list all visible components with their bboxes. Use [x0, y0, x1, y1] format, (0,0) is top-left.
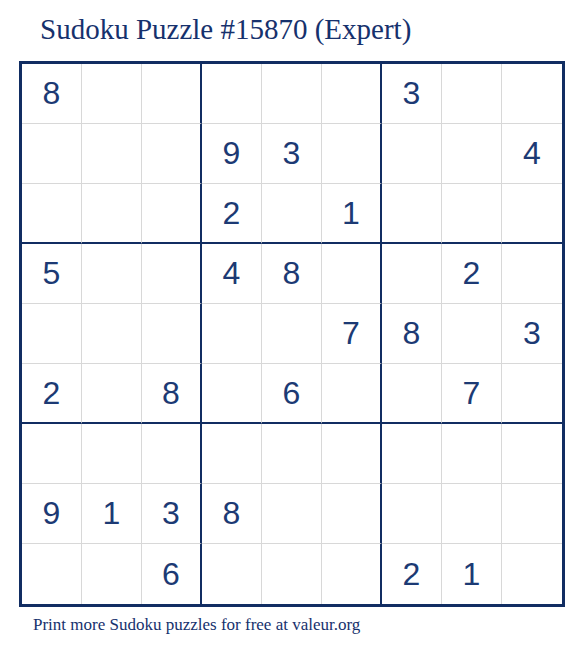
cell-r7c7	[382, 424, 442, 484]
cell-r7c6	[322, 424, 382, 484]
cell-r9c9	[502, 544, 562, 604]
cell-r5c3	[142, 304, 202, 364]
cell-r1c9	[502, 64, 562, 124]
cell-r1c4	[202, 64, 262, 124]
cell-r9c8: 1	[442, 544, 502, 604]
cell-r6c4	[202, 364, 262, 424]
cell-r6c7	[382, 364, 442, 424]
cell-r2c8	[442, 124, 502, 184]
sudoku-board: 8393421548278328679138621	[19, 61, 565, 607]
cell-r5c2	[82, 304, 142, 364]
cell-r5c6: 7	[322, 304, 382, 364]
cell-r5c9: 3	[502, 304, 562, 364]
cell-r9c5	[262, 544, 322, 604]
cell-r5c1	[22, 304, 82, 364]
cell-r9c1	[22, 544, 82, 604]
cell-r9c6	[322, 544, 382, 604]
cell-r8c2: 1	[82, 484, 142, 544]
cell-r4c7	[382, 244, 442, 304]
cell-r7c1	[22, 424, 82, 484]
cell-r8c5	[262, 484, 322, 544]
cell-r4c1: 5	[22, 244, 82, 304]
cell-r5c7: 8	[382, 304, 442, 364]
cell-r1c6	[322, 64, 382, 124]
cell-r1c5	[262, 64, 322, 124]
cell-r7c8	[442, 424, 502, 484]
cell-r8c6	[322, 484, 382, 544]
cell-r5c8	[442, 304, 502, 364]
cell-r3c6: 1	[322, 184, 382, 244]
cell-r8c4: 8	[202, 484, 262, 544]
cell-r8c7	[382, 484, 442, 544]
cell-r8c3: 3	[142, 484, 202, 544]
sudoku-page: Sudoku Puzzle #15870 (Expert) 8393421548…	[0, 0, 580, 651]
cell-r3c4: 2	[202, 184, 262, 244]
cell-r9c4	[202, 544, 262, 604]
footer-text: Print more Sudoku puzzles for free at va…	[33, 615, 360, 635]
cell-r6c3: 8	[142, 364, 202, 424]
cell-r3c5	[262, 184, 322, 244]
cell-r4c8: 2	[442, 244, 502, 304]
cell-r2c2	[82, 124, 142, 184]
cell-r1c7: 3	[382, 64, 442, 124]
cell-r4c3	[142, 244, 202, 304]
cell-r4c6	[322, 244, 382, 304]
cell-r3c7	[382, 184, 442, 244]
cell-r9c2	[82, 544, 142, 604]
cell-r2c6	[322, 124, 382, 184]
cell-r7c2	[82, 424, 142, 484]
cell-r6c9	[502, 364, 562, 424]
cell-r2c7	[382, 124, 442, 184]
cell-r6c8: 7	[442, 364, 502, 424]
cell-r3c2	[82, 184, 142, 244]
cell-r6c2	[82, 364, 142, 424]
cell-r2c9: 4	[502, 124, 562, 184]
cell-r6c5: 6	[262, 364, 322, 424]
cell-r8c8	[442, 484, 502, 544]
cell-r3c1	[22, 184, 82, 244]
cell-r1c2	[82, 64, 142, 124]
page-title: Sudoku Puzzle #15870 (Expert)	[40, 13, 411, 46]
cell-r3c9	[502, 184, 562, 244]
cell-r9c7: 2	[382, 544, 442, 604]
cell-r4c2	[82, 244, 142, 304]
cell-r2c3	[142, 124, 202, 184]
cell-r1c3	[142, 64, 202, 124]
cell-r8c9	[502, 484, 562, 544]
cell-r1c1: 8	[22, 64, 82, 124]
cell-r6c6	[322, 364, 382, 424]
cell-r1c8	[442, 64, 502, 124]
cell-r9c3: 6	[142, 544, 202, 604]
cell-r2c5: 3	[262, 124, 322, 184]
cell-r5c4	[202, 304, 262, 364]
cell-r8c1: 9	[22, 484, 82, 544]
cell-r7c4	[202, 424, 262, 484]
cell-r7c3	[142, 424, 202, 484]
cell-r7c9	[502, 424, 562, 484]
cell-r3c3	[142, 184, 202, 244]
cell-r7c5	[262, 424, 322, 484]
cell-r4c5: 8	[262, 244, 322, 304]
cell-r2c1	[22, 124, 82, 184]
cell-r3c8	[442, 184, 502, 244]
cell-r4c4: 4	[202, 244, 262, 304]
cell-r6c1: 2	[22, 364, 82, 424]
cell-r4c9	[502, 244, 562, 304]
cell-r2c4: 9	[202, 124, 262, 184]
cell-r5c5	[262, 304, 322, 364]
